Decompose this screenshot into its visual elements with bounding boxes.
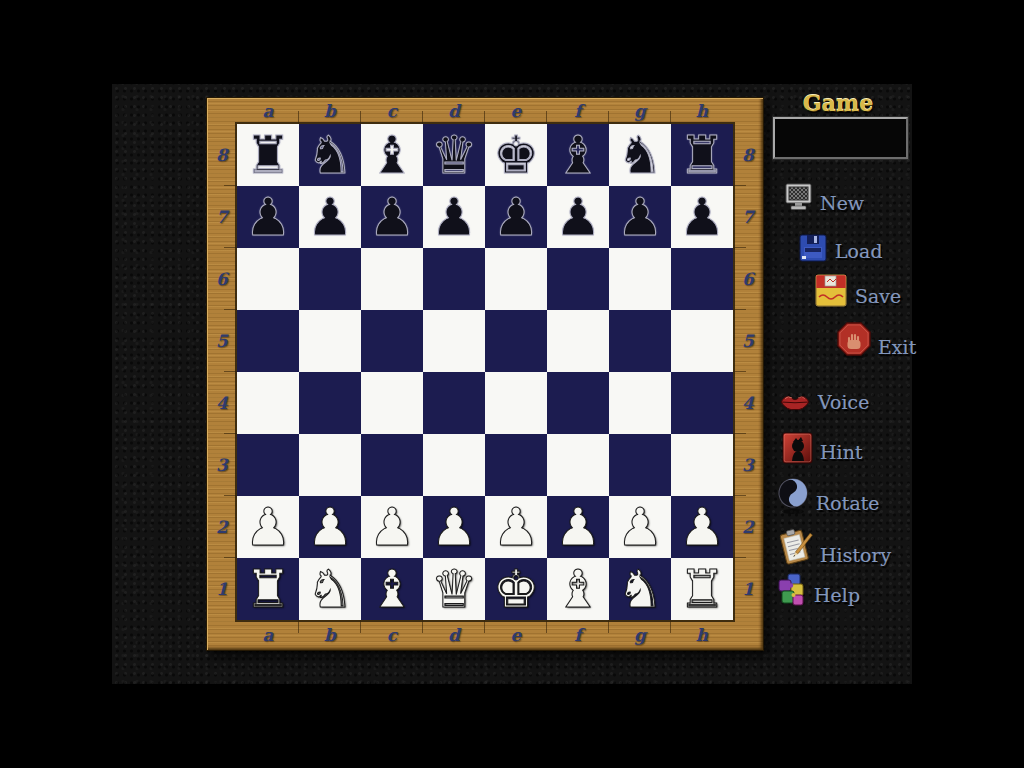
square-a2[interactable]: ♟ [237,496,299,558]
square-b2[interactable]: ♟ [299,496,361,558]
rank-labels-left: 87654321 [207,124,237,620]
piece-white-knight[interactable]: ♞ [307,558,354,620]
square-g5[interactable] [609,310,671,372]
square-c2[interactable]: ♟ [361,496,423,558]
square-f7[interactable]: ♟ [547,186,609,248]
square-h4[interactable] [671,372,733,434]
exit-button[interactable]: Exit [837,322,916,359]
piece-black-queen[interactable]: ♛ [431,124,478,186]
file-label-b: b [299,620,361,650]
piece-black-knight[interactable]: ♞ [617,124,664,186]
square-b6[interactable] [299,248,361,310]
square-e3[interactable] [485,434,547,496]
square-d4[interactable] [423,372,485,434]
file-label-c: c [361,620,423,650]
file-label-g: g [609,620,671,650]
file-label-d: d [423,98,485,124]
square-a6[interactable] [237,248,299,310]
rank-label-6: 6 [733,248,763,310]
load-button[interactable]: Load [798,233,883,263]
game-screen: abcdefgh 87654321 ♜♞♝♛♚♝♞♜♟♟♟♟♟♟♟♟♟♟♟♟♟♟… [112,84,912,684]
piece-white-king[interactable]: ♚ [493,558,540,620]
square-e4[interactable] [485,372,547,434]
voice-button[interactable]: Voice [779,390,869,414]
square-d3[interactable] [423,434,485,496]
square-a1[interactable]: ♜ [237,558,299,620]
yin-yang-icon [777,477,809,515]
file-label-h: h [671,98,733,124]
file-label-f: f [547,620,609,650]
exit-button-label: Exit [878,338,916,359]
blue-floppy-icon [798,233,828,263]
piece-black-bishop[interactable]: ♝ [369,124,416,186]
square-f4[interactable] [547,372,609,434]
file-label-g: g [609,98,671,124]
file-labels-top: abcdefgh [237,98,733,124]
rank-label-8: 8 [207,124,237,186]
square-e5[interactable] [485,310,547,372]
history-button-label: History [820,546,891,567]
square-c4[interactable] [361,372,423,434]
square-g8[interactable]: ♞ [609,124,671,186]
piece-black-king[interactable]: ♚ [493,124,540,186]
piece-black-pawn[interactable]: ♟ [555,186,602,248]
piece-white-bishop[interactable]: ♝ [369,558,416,620]
rotate-button-label: Rotate [816,494,880,515]
square-a7[interactable]: ♟ [237,186,299,248]
piece-white-rook[interactable]: ♜ [679,558,726,620]
piece-black-knight[interactable]: ♞ [307,124,354,186]
square-h8[interactable]: ♜ [671,124,733,186]
stop-hand-icon [837,322,871,359]
square-d5[interactable] [423,310,485,372]
puzzle-icon [777,572,807,607]
square-f1[interactable]: ♝ [547,558,609,620]
square-e8[interactable]: ♚ [485,124,547,186]
piece-black-pawn[interactable]: ♟ [617,186,664,248]
square-c8[interactable]: ♝ [361,124,423,186]
square-a3[interactable] [237,434,299,496]
rank-label-3: 3 [207,434,237,496]
square-h5[interactable] [671,310,733,372]
square-d6[interactable] [423,248,485,310]
rank-label-1: 1 [733,558,763,620]
square-g4[interactable] [609,372,671,434]
piece-black-pawn[interactable]: ♟ [679,186,726,248]
square-h2[interactable]: ♟ [671,496,733,558]
square-h1[interactable]: ♜ [671,558,733,620]
save-button-label: Save [855,287,901,308]
square-c3[interactable] [361,434,423,496]
rank-label-5: 5 [207,310,237,372]
square-b5[interactable] [299,310,361,372]
square-a8[interactable]: ♜ [237,124,299,186]
piece-black-pawn[interactable]: ♟ [431,186,478,248]
square-d7[interactable]: ♟ [423,186,485,248]
file-label-d: d [423,620,485,650]
square-b8[interactable]: ♞ [299,124,361,186]
piece-white-pawn[interactable]: ♟ [245,496,292,558]
hint-button[interactable]: Hint [782,432,863,464]
square-f2[interactable]: ♟ [547,496,609,558]
square-b1[interactable]: ♞ [299,558,361,620]
piece-black-pawn[interactable]: ♟ [369,186,416,248]
file-label-c: c [361,98,423,124]
load-button-label: Load [835,242,883,263]
head-silhouette-icon [782,432,813,464]
square-g2[interactable]: ♟ [609,496,671,558]
history-button[interactable]: History [777,526,891,567]
square-e7[interactable]: ♟ [485,186,547,248]
piece-white-pawn[interactable]: ♟ [617,496,664,558]
help-button[interactable]: Help [777,572,860,607]
square-f3[interactable] [547,434,609,496]
new-button-label: New [820,194,864,215]
game-status-box [773,117,908,159]
square-e2[interactable]: ♟ [485,496,547,558]
piece-white-queen[interactable]: ♛ [431,558,478,620]
square-d2[interactable]: ♟ [423,496,485,558]
square-c5[interactable] [361,310,423,372]
square-d1[interactable]: ♛ [423,558,485,620]
square-d8[interactable]: ♛ [423,124,485,186]
square-e1[interactable]: ♚ [485,558,547,620]
piece-black-pawn[interactable]: ♟ [245,186,292,248]
square-f8[interactable]: ♝ [547,124,609,186]
piece-white-pawn[interactable]: ♟ [431,496,478,558]
rank-label-8: 8 [733,124,763,186]
rank-label-1: 1 [207,558,237,620]
rank-label-3: 3 [733,434,763,496]
square-h7[interactable]: ♟ [671,186,733,248]
piece-white-knight[interactable]: ♞ [617,558,664,620]
file-labels-bottom: abcdefgh [237,620,733,650]
board-frame: abcdefgh 87654321 ♜♞♝♛♚♝♞♜♟♟♟♟♟♟♟♟♟♟♟♟♟♟… [206,97,764,651]
square-f6[interactable] [547,248,609,310]
rank-label-7: 7 [207,186,237,248]
file-label-h: h [671,620,733,650]
square-b7[interactable]: ♟ [299,186,361,248]
save-button[interactable]: Save [815,273,901,308]
file-label-f: f [547,98,609,124]
rank-label-4: 4 [207,372,237,434]
piece-white-pawn[interactable]: ♟ [369,496,416,558]
clipboard-icon [777,526,813,567]
piece-black-bishop[interactable]: ♝ [555,124,602,186]
hint-button-label: Hint [820,443,863,464]
piece-white-bishop[interactable]: ♝ [555,558,602,620]
rank-label-6: 6 [207,248,237,310]
rank-label-4: 4 [733,372,763,434]
piece-white-pawn[interactable]: ♟ [555,496,602,558]
square-c7[interactable]: ♟ [361,186,423,248]
square-c6[interactable] [361,248,423,310]
rank-labels-right: 87654321 [733,124,763,620]
piece-black-pawn[interactable]: ♟ [307,186,354,248]
rank-label-7: 7 [733,186,763,248]
file-label-a: a [237,620,299,650]
desktop: { "game": "chess", "app_title": "Chess",… [0,0,1024,768]
piece-black-rook[interactable]: ♜ [679,124,726,186]
square-g3[interactable] [609,434,671,496]
square-f5[interactable] [547,310,609,372]
piece-white-pawn[interactable]: ♟ [307,496,354,558]
square-e6[interactable] [485,248,547,310]
piece-black-rook[interactable]: ♜ [245,124,292,186]
rank-label-5: 5 [733,310,763,372]
file-label-b: b [299,98,361,124]
lips-icon [779,390,811,414]
square-a5[interactable] [237,310,299,372]
square-b4[interactable] [299,372,361,434]
file-label-e: e [485,98,547,124]
piece-white-pawn[interactable]: ♟ [679,496,726,558]
square-g7[interactable]: ♟ [609,186,671,248]
square-g1[interactable]: ♞ [609,558,671,620]
rank-label-2: 2 [733,496,763,558]
piece-white-pawn[interactable]: ♟ [493,496,540,558]
square-b3[interactable] [299,434,361,496]
voice-button-label: Voice [818,393,869,414]
square-c1[interactable]: ♝ [361,558,423,620]
square-a4[interactable] [237,372,299,434]
new-button[interactable]: New [785,183,864,215]
monitor-icon [785,183,813,215]
help-button-label: Help [814,586,860,607]
rotate-button[interactable]: Rotate [777,477,880,515]
piece-white-rook[interactable]: ♜ [245,558,292,620]
file-label-a: a [237,98,299,124]
rank-label-2: 2 [207,496,237,558]
chess-board: ♜♞♝♛♚♝♞♜♟♟♟♟♟♟♟♟♟♟♟♟♟♟♟♟♜♞♝♛♚♝♞♜ [237,124,733,620]
yellow-floppy-icon [815,273,848,308]
square-g6[interactable] [609,248,671,310]
file-label-e: e [485,620,547,650]
square-h6[interactable] [671,248,733,310]
square-h3[interactable] [671,434,733,496]
piece-black-pawn[interactable]: ♟ [493,186,540,248]
